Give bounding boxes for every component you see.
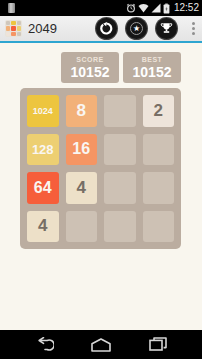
app-title: 2049 [28, 21, 57, 36]
app-bar: 2049 ★ [0, 16, 202, 43]
empty-cell [104, 211, 136, 243]
notification-icon [8, 3, 15, 13]
tile-2: 2 [143, 95, 175, 127]
app-icon [5, 20, 22, 37]
tile-64: 64 [27, 172, 59, 204]
overflow-menu-button[interactable] [186, 16, 200, 41]
alarm-icon [126, 3, 136, 13]
tile-4: 4 [27, 211, 59, 243]
tile-8: 8 [66, 95, 98, 127]
best-label: BEST [142, 56, 163, 64]
leaderboard-button[interactable] [156, 18, 177, 39]
tile-16: 16 [66, 134, 98, 166]
empty-cell [104, 95, 136, 127]
star-icon: ★ [133, 25, 140, 33]
empty-cell [104, 134, 136, 166]
score-value: 10152 [71, 64, 110, 80]
star-circle-icon: ★ [130, 22, 143, 35]
score-panel: SCORE 10152 BEST 10152 [61, 52, 181, 83]
undo-icon [100, 22, 113, 35]
wifi-icon [138, 3, 149, 13]
empty-cell [143, 211, 175, 243]
app-bar-actions: ★ [96, 16, 202, 41]
clock-time: 12:52 [174, 0, 199, 16]
board[interactable]: 102482128166444 [20, 88, 181, 249]
home-icon [91, 338, 111, 352]
achievements-button[interactable]: ★ [126, 18, 147, 39]
back-icon [35, 337, 54, 352]
tile-128: 128 [27, 134, 59, 166]
best-box: BEST 10152 [123, 52, 181, 83]
signal-icon [151, 3, 161, 13]
tile-4: 4 [66, 172, 98, 204]
home-button[interactable] [91, 338, 111, 352]
empty-cell [143, 172, 175, 204]
recents-button[interactable] [149, 337, 167, 352]
trophy-icon [160, 22, 173, 35]
best-value: 10152 [133, 64, 172, 80]
phone-screen: 12:52 2049 ★ [0, 0, 202, 359]
status-icons: 12:52 [126, 0, 199, 16]
empty-cell [143, 134, 175, 166]
nav-bar [0, 330, 202, 359]
score-label: SCORE [76, 56, 103, 64]
status-bar: 12:52 [0, 0, 202, 16]
undo-button[interactable] [96, 18, 117, 39]
score-box: SCORE 10152 [61, 52, 119, 83]
empty-cell [66, 211, 98, 243]
tile-1024: 1024 [27, 95, 59, 127]
back-button[interactable] [35, 337, 54, 352]
recents-icon [149, 337, 167, 352]
battery-icon [163, 3, 170, 14]
game-area: SCORE 10152 BEST 10152 102482128166444 [0, 43, 202, 330]
empty-cell [104, 172, 136, 204]
